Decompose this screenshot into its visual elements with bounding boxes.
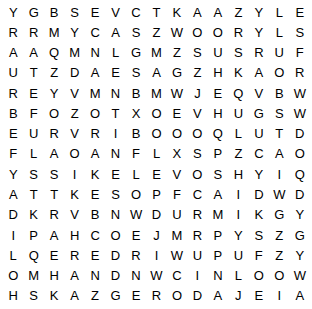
grid-cell-r4c7[interactable]: S <box>126 63 146 83</box>
grid-cell-r7c6[interactable]: I <box>105 124 125 144</box>
grid-cell-r11c2[interactable]: K <box>23 205 43 225</box>
grid-cell-r14c3[interactable]: H <box>44 265 64 285</box>
grid-cell-r4c13[interactable]: A <box>249 63 269 83</box>
grid-cell-r5c4[interactable]: V <box>64 83 84 103</box>
grid-cell-r11c5[interactable]: B <box>85 205 105 225</box>
grid-cell-r15c4[interactable]: A <box>64 286 84 306</box>
grid-cell-r13c10[interactable]: U <box>187 245 207 265</box>
word-search-puzzle: YGBSEVCTKAAZYLERRMYCASZWOORYLSAAQMNLGMZS… <box>0 0 312 309</box>
grid-cell-r14c13[interactable]: O <box>249 265 269 285</box>
grid-cell-r5c1[interactable]: R <box>3 83 23 103</box>
grid-cell-r14c12[interactable]: L <box>228 265 248 285</box>
grid-cell-r12c14[interactable]: Z <box>269 225 289 245</box>
grid-cell-r10c7[interactable]: O <box>126 184 146 204</box>
grid-cell-r13c8[interactable]: I <box>146 245 166 265</box>
grid-cell-r3c6[interactable]: L <box>105 43 125 63</box>
grid-cell-r3c11[interactable]: U <box>208 43 228 63</box>
grid-cell-r4c12[interactable]: K <box>228 63 248 83</box>
grid-cell-r6c11[interactable]: H <box>208 103 228 123</box>
grid-cell-r8c12[interactable]: Z <box>228 144 248 164</box>
grid-cell-r9c4[interactable]: I <box>64 164 84 184</box>
grid-cell-r8c14[interactable]: A <box>269 144 289 164</box>
grid-cell-r9c12[interactable]: H <box>228 164 248 184</box>
grid-cell-r1c5[interactable]: E <box>85 2 105 22</box>
grid-cell-r6c7[interactable]: X <box>126 103 146 123</box>
grid-cell-r10c5[interactable]: E <box>85 184 105 204</box>
grid-cell-r3c10[interactable]: S <box>187 43 207 63</box>
grid-cell-r3c12[interactable]: S <box>228 43 248 63</box>
grid-cell-r7c14[interactable]: T <box>269 124 289 144</box>
grid-cell-r11c8[interactable]: D <box>146 205 166 225</box>
grid-cell-r7c7[interactable]: B <box>126 124 146 144</box>
grid-cell-r1c6[interactable]: V <box>105 2 125 22</box>
grid-cell-r4c3[interactable]: Z <box>44 63 64 83</box>
grid-cell-r9c5[interactable]: K <box>85 164 105 184</box>
grid-cell-r15c3[interactable]: K <box>44 286 64 306</box>
grid-cell-r9c11[interactable]: S <box>208 164 228 184</box>
grid-cell-r12c6[interactable]: O <box>105 225 125 245</box>
grid-cell-r14c5[interactable]: N <box>85 265 105 285</box>
grid-cell-r12c9[interactable]: M <box>167 225 187 245</box>
grid-cell-r13c12[interactable]: U <box>228 245 248 265</box>
grid-cell-r14c7[interactable]: N <box>126 265 146 285</box>
grid-cell-r5c2[interactable]: E <box>23 83 43 103</box>
grid-cell-r12c2[interactable]: P <box>23 225 43 245</box>
grid-cell-r6c4[interactable]: Z <box>64 103 84 123</box>
grid-cell-r13c14[interactable]: Z <box>269 245 289 265</box>
grid-cell-r8c1[interactable]: F <box>3 144 23 164</box>
grid-cell-r4c15[interactable]: R <box>290 63 310 83</box>
grid-cell-r3c3[interactable]: Q <box>44 43 64 63</box>
grid-cell-r2c11[interactable]: O <box>208 22 228 42</box>
grid-cell-r4c8[interactable]: A <box>146 63 166 83</box>
grid-cell-r5c5[interactable]: M <box>85 83 105 103</box>
grid-cell-r5c9[interactable]: W <box>167 83 187 103</box>
grid-cell-r12c13[interactable]: S <box>249 225 269 245</box>
grid-cell-r13c5[interactable]: E <box>85 245 105 265</box>
grid-cell-r13c15[interactable]: Y <box>290 245 310 265</box>
grid-cell-r1c12[interactable]: Z <box>228 2 248 22</box>
grid-cell-r5c8[interactable]: M <box>146 83 166 103</box>
grid-cell-r1c10[interactable]: A <box>187 2 207 22</box>
grid-cell-r13c2[interactable]: Q <box>23 245 43 265</box>
grid-cell-r7c1[interactable]: E <box>3 124 23 144</box>
grid-cell-r4c14[interactable]: O <box>269 63 289 83</box>
grid-cell-r2c13[interactable]: Y <box>249 22 269 42</box>
grid-cell-r2c10[interactable]: O <box>187 22 207 42</box>
grid-cell-r5c6[interactable]: N <box>105 83 125 103</box>
grid-cell-r2c3[interactable]: M <box>44 22 64 42</box>
grid-cell-r5c15[interactable]: W <box>290 83 310 103</box>
grid-cell-r5c10[interactable]: J <box>187 83 207 103</box>
grid-cell-r10c1[interactable]: A <box>3 184 23 204</box>
grid-cell-r4c9[interactable]: G <box>167 63 187 83</box>
grid-cell-r2c2[interactable]: R <box>23 22 43 42</box>
grid-cell-r15c10[interactable]: D <box>187 286 207 306</box>
grid-cell-r11c9[interactable]: U <box>167 205 187 225</box>
grid-cell-r11c3[interactable]: R <box>44 205 64 225</box>
grid-cell-r4c4[interactable]: D <box>64 63 84 83</box>
grid-cell-r6c1[interactable]: B <box>3 103 23 123</box>
grid-cell-r8c4[interactable]: O <box>64 144 84 164</box>
grid-cell-r14c15[interactable]: W <box>290 265 310 285</box>
grid-cell-r12c11[interactable]: P <box>208 225 228 245</box>
grid-cell-r8c9[interactable]: X <box>167 144 187 164</box>
grid-cell-r10c11[interactable]: A <box>208 184 228 204</box>
grid-cell-r15c13[interactable]: E <box>249 286 269 306</box>
grid-cell-r15c1[interactable]: H <box>3 286 23 306</box>
grid-cell-r11c13[interactable]: K <box>249 205 269 225</box>
grid-cell-r8c3[interactable]: A <box>44 144 64 164</box>
word-search-grid: YGBSEVCTKAAZYLERRMYCASZWOORYLSAAQMNLGMZS… <box>0 0 312 309</box>
grid-cell-r14c8[interactable]: W <box>146 265 166 285</box>
grid-cell-r3c14[interactable]: U <box>269 43 289 63</box>
grid-cell-r5c12[interactable]: Q <box>228 83 248 103</box>
grid-cell-r7c3[interactable]: R <box>44 124 64 144</box>
grid-cell-r12c7[interactable]: E <box>126 225 146 245</box>
grid-cell-r2c14[interactable]: L <box>269 22 289 42</box>
grid-cell-r10c8[interactable]: P <box>146 184 166 204</box>
grid-cell-r1c13[interactable]: Y <box>249 2 269 22</box>
grid-cell-r3c5[interactable]: N <box>85 43 105 63</box>
grid-cell-r11c10[interactable]: R <box>187 205 207 225</box>
grid-cell-r2c6[interactable]: A <box>105 22 125 42</box>
grid-cell-r9c8[interactable]: E <box>146 164 166 184</box>
grid-cell-r11c11[interactable]: M <box>208 205 228 225</box>
grid-cell-r2c4[interactable]: Y <box>64 22 84 42</box>
grid-cell-r9c15[interactable]: Q <box>290 164 310 184</box>
grid-cell-r6c3[interactable]: O <box>44 103 64 123</box>
grid-cell-r4c1[interactable]: U <box>3 63 23 83</box>
grid-cell-r8c11[interactable]: P <box>208 144 228 164</box>
grid-cell-r8c15[interactable]: O <box>290 144 310 164</box>
grid-cell-r10c12[interactable]: I <box>228 184 248 204</box>
grid-cell-r11c7[interactable]: W <box>126 205 146 225</box>
grid-cell-r7c15[interactable]: D <box>290 124 310 144</box>
grid-cell-r13c11[interactable]: P <box>208 245 228 265</box>
grid-cell-r15c9[interactable]: O <box>167 286 187 306</box>
grid-cell-r3c8[interactable]: M <box>146 43 166 63</box>
grid-cell-r15c8[interactable]: R <box>146 286 166 306</box>
grid-cell-r6c9[interactable]: E <box>167 103 187 123</box>
grid-cell-r1c1[interactable]: Y <box>3 2 23 22</box>
grid-cell-r13c9[interactable]: W <box>167 245 187 265</box>
grid-cell-r15c15[interactable]: A <box>290 286 310 306</box>
grid-cell-r3c9[interactable]: Z <box>167 43 187 63</box>
grid-cell-r4c5[interactable]: A <box>85 63 105 83</box>
grid-cell-r8c2[interactable]: L <box>23 144 43 164</box>
grid-cell-r15c5[interactable]: Z <box>85 286 105 306</box>
grid-cell-r14c1[interactable]: O <box>3 265 23 285</box>
grid-cell-r3c4[interactable]: M <box>64 43 84 63</box>
grid-cell-r13c1[interactable]: L <box>3 245 23 265</box>
grid-cell-r11c15[interactable]: Y <box>290 205 310 225</box>
grid-cell-r3c13[interactable]: R <box>249 43 269 63</box>
grid-cell-r2c15[interactable]: S <box>290 22 310 42</box>
grid-cell-r7c4[interactable]: V <box>64 124 84 144</box>
grid-cell-r8c13[interactable]: C <box>249 144 269 164</box>
grid-cell-r13c13[interactable]: F <box>249 245 269 265</box>
grid-cell-r1c11[interactable]: A <box>208 2 228 22</box>
grid-cell-r6c8[interactable]: O <box>146 103 166 123</box>
grid-cell-r4c11[interactable]: H <box>208 63 228 83</box>
grid-cell-r1c3[interactable]: B <box>44 2 64 22</box>
grid-cell-r10c9[interactable]: F <box>167 184 187 204</box>
grid-cell-r10c10[interactable]: C <box>187 184 207 204</box>
grid-cell-r3c7[interactable]: G <box>126 43 146 63</box>
grid-cell-r5c7[interactable]: B <box>126 83 146 103</box>
grid-cell-r10c3[interactable]: T <box>44 184 64 204</box>
grid-cell-r7c10[interactable]: O <box>187 124 207 144</box>
grid-cell-r6c15[interactable]: W <box>290 103 310 123</box>
grid-cell-r2c5[interactable]: C <box>85 22 105 42</box>
grid-cell-r12c10[interactable]: R <box>187 225 207 245</box>
grid-cell-r13c6[interactable]: D <box>105 245 125 265</box>
grid-cell-r3c15[interactable]: F <box>290 43 310 63</box>
grid-cell-r7c11[interactable]: Q <box>208 124 228 144</box>
grid-cell-r12c4[interactable]: H <box>64 225 84 245</box>
grid-cell-r12c1[interactable]: I <box>3 225 23 245</box>
grid-cell-r2c1[interactable]: R <box>3 22 23 42</box>
grid-cell-r14c10[interactable]: I <box>187 265 207 285</box>
grid-cell-r9c7[interactable]: L <box>126 164 146 184</box>
grid-cell-r12c12[interactable]: Y <box>228 225 248 245</box>
grid-cell-r15c12[interactable]: J <box>228 286 248 306</box>
grid-cell-r15c7[interactable]: E <box>126 286 146 306</box>
grid-cell-r5c11[interactable]: E <box>208 83 228 103</box>
grid-cell-r10c6[interactable]: S <box>105 184 125 204</box>
grid-cell-r12c8[interactable]: J <box>146 225 166 245</box>
grid-cell-r4c6[interactable]: E <box>105 63 125 83</box>
grid-cell-r7c9[interactable]: O <box>167 124 187 144</box>
grid-cell-r15c6[interactable]: G <box>105 286 125 306</box>
grid-cell-r9c3[interactable]: S <box>44 164 64 184</box>
grid-cell-r9c2[interactable]: S <box>23 164 43 184</box>
grid-cell-r6c13[interactable]: G <box>249 103 269 123</box>
grid-cell-r10c13[interactable]: D <box>249 184 269 204</box>
grid-cell-r14c14[interactable]: O <box>269 265 289 285</box>
grid-cell-r1c4[interactable]: S <box>64 2 84 22</box>
grid-cell-r2c9[interactable]: W <box>167 22 187 42</box>
grid-cell-r9c14[interactable]: I <box>269 164 289 184</box>
grid-cell-r9c9[interactable]: V <box>167 164 187 184</box>
grid-cell-r12c3[interactable]: A <box>44 225 64 245</box>
grid-cell-r6c10[interactable]: V <box>187 103 207 123</box>
grid-cell-r11c12[interactable]: I <box>228 205 248 225</box>
grid-cell-r4c10[interactable]: Z <box>187 63 207 83</box>
grid-cell-r7c12[interactable]: L <box>228 124 248 144</box>
grid-cell-r12c5[interactable]: C <box>85 225 105 245</box>
grid-cell-r14c9[interactable]: C <box>167 265 187 285</box>
grid-cell-r8c7[interactable]: F <box>126 144 146 164</box>
grid-cell-r1c9[interactable]: K <box>167 2 187 22</box>
grid-cell-r10c4[interactable]: K <box>64 184 84 204</box>
grid-cell-r8c8[interactable]: L <box>146 144 166 164</box>
grid-cell-r14c11[interactable]: N <box>208 265 228 285</box>
grid-cell-r9c10[interactable]: O <box>187 164 207 184</box>
grid-cell-r9c13[interactable]: Y <box>249 164 269 184</box>
grid-cell-r14c2[interactable]: M <box>23 265 43 285</box>
grid-cell-r6c12[interactable]: U <box>228 103 248 123</box>
grid-cell-r1c14[interactable]: L <box>269 2 289 22</box>
grid-cell-r1c8[interactable]: T <box>146 2 166 22</box>
grid-cell-r11c14[interactable]: G <box>269 205 289 225</box>
grid-cell-r10c2[interactable]: T <box>23 184 43 204</box>
grid-cell-r13c4[interactable]: R <box>64 245 84 265</box>
grid-cell-r7c8[interactable]: O <box>146 124 166 144</box>
grid-cell-r14c4[interactable]: A <box>64 265 84 285</box>
grid-cell-r7c2[interactable]: U <box>23 124 43 144</box>
grid-cell-r1c7[interactable]: C <box>126 2 146 22</box>
grid-cell-r15c2[interactable]: S <box>23 286 43 306</box>
grid-cell-r9c6[interactable]: E <box>105 164 125 184</box>
grid-cell-r15c11[interactable]: A <box>208 286 228 306</box>
grid-cell-r1c2[interactable]: G <box>23 2 43 22</box>
grid-cell-r13c3[interactable]: E <box>44 245 64 265</box>
grid-cell-r12c15[interactable]: G <box>290 225 310 245</box>
grid-cell-r6c2[interactable]: F <box>23 103 43 123</box>
grid-cell-r7c13[interactable]: U <box>249 124 269 144</box>
grid-cell-r8c5[interactable]: A <box>85 144 105 164</box>
grid-cell-r5c3[interactable]: Y <box>44 83 64 103</box>
grid-cell-r11c6[interactable]: N <box>105 205 125 225</box>
grid-cell-r9c1[interactable]: Y <box>3 164 23 184</box>
grid-cell-r8c10[interactable]: S <box>187 144 207 164</box>
grid-cell-r5c14[interactable]: B <box>269 83 289 103</box>
grid-cell-r15c14[interactable]: I <box>269 286 289 306</box>
grid-cell-r2c8[interactable]: Z <box>146 22 166 42</box>
grid-cell-r14c6[interactable]: D <box>105 265 125 285</box>
grid-cell-r7c5[interactable]: R <box>85 124 105 144</box>
grid-cell-r10c14[interactable]: W <box>269 184 289 204</box>
grid-cell-r8c6[interactable]: N <box>105 144 125 164</box>
grid-cell-r13c7[interactable]: R <box>126 245 146 265</box>
grid-cell-r5c13[interactable]: V <box>249 83 269 103</box>
grid-cell-r1c15[interactable]: E <box>290 2 310 22</box>
grid-cell-r3c2[interactable]: A <box>23 43 43 63</box>
grid-cell-r4c2[interactable]: T <box>23 63 43 83</box>
grid-cell-r6c14[interactable]: S <box>269 103 289 123</box>
grid-cell-r2c7[interactable]: S <box>126 22 146 42</box>
grid-cell-r3c1[interactable]: A <box>3 43 23 63</box>
grid-cell-r11c4[interactable]: V <box>64 205 84 225</box>
grid-cell-r10c15[interactable]: D <box>290 184 310 204</box>
grid-cell-r11c1[interactable]: D <box>3 205 23 225</box>
grid-cell-r6c5[interactable]: O <box>85 103 105 123</box>
grid-cell-r2c12[interactable]: R <box>228 22 248 42</box>
grid-cell-r6c6[interactable]: T <box>105 103 125 123</box>
